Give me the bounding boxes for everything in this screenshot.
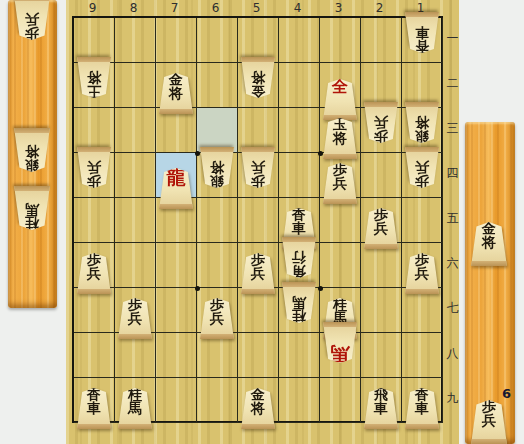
piece-kanji: 銀 将: [404, 115, 440, 143]
shogi-piece-horse[interactable]: 馬: [322, 335, 358, 376]
shogi-piece-pawn[interactable]: 歩 兵: [199, 290, 235, 331]
board-square[interactable]: [197, 333, 238, 378]
piece-kanji: 全: [322, 79, 358, 95]
shogi-piece-knight[interactable]: 桂 馬: [117, 380, 153, 421]
board-square[interactable]: [320, 243, 361, 288]
sente-piece-stand: 金 将歩 兵6: [465, 122, 515, 444]
board-square[interactable]: [156, 378, 197, 423]
rank-label: 一: [445, 16, 460, 61]
shogi-piece-dragon[interactable]: 龍: [158, 155, 194, 196]
shogi-piece-lance[interactable]: 香 車: [76, 380, 112, 421]
shogi-piece-silver[interactable]: 銀 将: [404, 110, 440, 151]
rank-label: 四: [445, 151, 460, 196]
board-square[interactable]: [402, 198, 443, 243]
piece-kanji: 香 車: [404, 25, 440, 53]
piece-kanji: 金 将: [240, 388, 276, 416]
shogi-piece-king[interactable]: 王 将: [76, 65, 112, 106]
shogi-piece-gold[interactable]: 金 将: [240, 65, 276, 106]
piece-kanji: 角 行: [281, 250, 317, 278]
shogi-piece-gold[interactable]: 金 将: [158, 65, 194, 106]
board-square[interactable]: [156, 333, 197, 378]
board-square[interactable]: [361, 18, 402, 63]
shogi-piece-silver[interactable]: 銀 将: [199, 155, 235, 196]
board-square[interactable]: [361, 288, 402, 333]
board-square[interactable]: [361, 153, 402, 198]
file-label: 4: [277, 1, 318, 15]
shogi-piece-bishop[interactable]: 角 行: [281, 245, 317, 286]
board-square[interactable]: [279, 18, 320, 63]
board-square[interactable]: [238, 198, 279, 243]
piece-kanji: 龍: [158, 168, 194, 187]
shogi-piece-promoted-silver[interactable]: 全: [322, 65, 358, 106]
shogi-piece-pawn[interactable]: 歩 兵: [240, 155, 276, 196]
rank-label: 六: [445, 241, 460, 286]
board-square[interactable]: [115, 108, 156, 153]
shogi-piece-pawn[interactable]: 歩 兵: [76, 245, 112, 286]
shogi-piece-gold[interactable]: 金 将: [240, 380, 276, 421]
board-square[interactable]: [115, 18, 156, 63]
file-label: 6: [195, 1, 236, 15]
board-square[interactable]: [74, 18, 115, 63]
board-square[interactable]: [74, 108, 115, 153]
shogi-app: 歩 兵銀 将桂 馬 987654321 一二三四五六七八九 香 車王 将金 将金…: [0, 0, 524, 444]
file-label: 2: [359, 1, 400, 15]
shogi-piece-pawn[interactable]: 歩 兵: [363, 110, 399, 151]
board-square[interactable]: [115, 63, 156, 108]
gote-piece-stand: 歩 兵銀 将桂 馬: [8, 0, 57, 308]
board-square[interactable]: [197, 108, 238, 153]
board-square[interactable]: [238, 108, 279, 153]
rank-label: 二: [445, 61, 460, 106]
piece-kanji: 金 将: [470, 222, 508, 250]
piece-kanji: 歩 兵: [240, 253, 276, 281]
piece-kanji: 銀 将: [13, 144, 51, 172]
shogi-piece-gold[interactable]: 金 将: [470, 212, 508, 256]
piece-kanji: 金 将: [158, 73, 194, 101]
board-square[interactable]: [320, 18, 361, 63]
board-square[interactable]: [361, 243, 402, 288]
shogi-piece-king[interactable]: 玉 将: [322, 110, 358, 151]
piece-kanji: 玉 将: [322, 118, 358, 146]
piece-kanji: 香 車: [76, 388, 112, 416]
shogi-piece-pawn[interactable]: 歩 兵: [240, 245, 276, 286]
board-square[interactable]: [320, 378, 361, 423]
board-square[interactable]: [197, 18, 238, 63]
piece-kanji: 歩 兵: [76, 253, 112, 281]
board-square[interactable]: [197, 63, 238, 108]
board-square[interactable]: [238, 18, 279, 63]
piece-kanji: 王 将: [76, 70, 112, 98]
file-label: 5: [236, 1, 277, 15]
board-square[interactable]: [197, 378, 238, 423]
piece-kanji: 歩 兵: [404, 160, 440, 188]
shogi-piece-silver[interactable]: 銀 将: [13, 138, 51, 182]
shogi-piece-rook[interactable]: 飛 車: [363, 380, 399, 421]
board-square[interactable]: [156, 108, 197, 153]
rank-label: 五: [445, 196, 460, 241]
piece-kanji: 歩 兵: [470, 400, 508, 428]
board-square[interactable]: [74, 198, 115, 243]
piece-kanji: 歩 兵: [363, 115, 399, 143]
piece-kanji: 香 車: [281, 208, 317, 236]
file-label: 8: [113, 1, 154, 15]
board-square[interactable]: [115, 198, 156, 243]
shogi-piece-lance[interactable]: 香 車: [281, 200, 317, 241]
rank-label: 八: [445, 331, 460, 376]
shogi-piece-pawn[interactable]: 歩 兵: [404, 245, 440, 286]
shogi-piece-lance[interactable]: 香 車: [404, 20, 440, 61]
piece-kanji: 桂 馬: [281, 295, 317, 323]
board-square[interactable]: [74, 288, 115, 333]
shogi-piece-lance[interactable]: 香 車: [404, 380, 440, 421]
board-square[interactable]: [156, 18, 197, 63]
shogi-piece-knight[interactable]: 桂 馬: [281, 290, 317, 331]
board-square[interactable]: [402, 63, 443, 108]
piece-kanji: 歩 兵: [404, 253, 440, 281]
shogi-piece-pawn[interactable]: 歩 兵: [404, 155, 440, 196]
board-square[interactable]: [197, 198, 238, 243]
piece-kanji: 桂 馬: [322, 298, 358, 326]
file-label: 3: [318, 1, 359, 15]
piece-kanji: 歩 兵: [322, 163, 358, 191]
piece-kanji: 桂 馬: [13, 202, 51, 230]
board-square[interactable]: [402, 333, 443, 378]
board-square[interactable]: [320, 198, 361, 243]
piece-kanji: 歩 兵: [13, 12, 51, 40]
piece-kanji: 桂 馬: [117, 388, 153, 416]
board-square[interactable]: [279, 378, 320, 423]
file-label: 9: [72, 1, 113, 15]
piece-kanji: 歩 兵: [76, 160, 112, 188]
rank-label: 九: [445, 376, 460, 421]
piece-kanji: 歩 兵: [363, 208, 399, 236]
board-square[interactable]: [238, 288, 279, 333]
shogi-piece-pawn[interactable]: 歩 兵: [117, 290, 153, 331]
board-square[interactable]: [361, 63, 402, 108]
shogi-piece-knight[interactable]: 桂 馬: [13, 196, 51, 240]
board-square[interactable]: [402, 288, 443, 333]
board-square[interactable]: [156, 243, 197, 288]
board-square[interactable]: [279, 63, 320, 108]
board-square[interactable]: [197, 243, 238, 288]
shogi-piece-pawn[interactable]: 歩 兵: [76, 155, 112, 196]
piece-kanji: 銀 将: [199, 160, 235, 188]
board-square[interactable]: [279, 333, 320, 378]
board-square[interactable]: [279, 153, 320, 198]
piece-kanji: 歩 兵: [117, 298, 153, 326]
board-grid: 香 車王 将金 将金 将全玉 将歩 兵銀 将歩 兵龍銀 将歩 兵歩 兵歩 兵香 …: [72, 16, 443, 423]
file-label: 7: [154, 1, 195, 15]
board-square[interactable]: [156, 288, 197, 333]
board-square[interactable]: [115, 243, 156, 288]
board-square[interactable]: [115, 153, 156, 198]
shogi-piece-pawn[interactable]: 歩 兵: [322, 155, 358, 196]
rank-label: 七: [445, 286, 460, 331]
piece-kanji: 飛 車: [363, 388, 399, 416]
shogi-piece-pawn[interactable]: 歩 兵: [363, 200, 399, 241]
piece-kanji: 歩 兵: [199, 298, 235, 326]
board-square[interactable]: [238, 333, 279, 378]
rank-label: 三: [445, 106, 460, 151]
hand-piece-count: 6: [502, 386, 511, 401]
piece-kanji: 馬: [322, 344, 358, 363]
board-square[interactable]: [361, 333, 402, 378]
piece-kanji: 香 車: [404, 388, 440, 416]
shogi-piece-pawn[interactable]: 歩 兵: [13, 6, 51, 50]
shogi-board: 987654321 一二三四五六七八九 香 車王 将金 将金 将全玉 将歩 兵銀…: [66, 0, 459, 444]
piece-kanji: 金 将: [240, 70, 276, 98]
board-square[interactable]: [74, 333, 115, 378]
piece-kanji: 歩 兵: [240, 160, 276, 188]
board-square[interactable]: [115, 333, 156, 378]
board-square[interactable]: [279, 108, 320, 153]
